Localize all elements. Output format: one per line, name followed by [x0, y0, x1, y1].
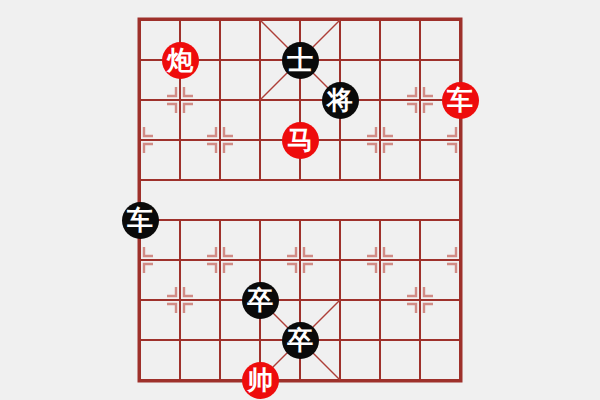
black-general[interactable]: 将: [322, 82, 359, 119]
xiangqi-diagram: 炮车马帅士将车卒卒: [0, 0, 600, 400]
red-cannon[interactable]: 炮: [162, 42, 199, 79]
black-soldier[interactable]: 卒: [282, 322, 319, 359]
red-horse[interactable]: 马: [282, 122, 319, 159]
black-soldier[interactable]: 卒: [242, 282, 279, 319]
red-chariot[interactable]: 车: [442, 82, 479, 119]
black-chariot[interactable]: 车: [122, 202, 159, 239]
black-advisor[interactable]: 士: [282, 42, 319, 79]
pieces-layer: 炮车马帅士将车卒卒: [120, 0, 480, 400]
red-general[interactable]: 帅: [242, 362, 279, 399]
